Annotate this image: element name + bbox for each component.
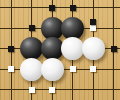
white-square-marker[interactable] xyxy=(8,66,14,72)
black-square-marker[interactable] xyxy=(70,5,76,11)
grid-line-horizontal-1 xyxy=(0,7,120,8)
white-square-marker[interactable] xyxy=(49,87,55,93)
white-square-marker[interactable] xyxy=(90,66,96,72)
white-stone[interactable] xyxy=(61,37,84,60)
black-square-marker[interactable] xyxy=(49,5,55,11)
black-square-marker[interactable] xyxy=(90,19,96,25)
white-stone[interactable] xyxy=(20,58,43,81)
black-square-marker[interactable] xyxy=(8,46,14,52)
black-stone[interactable] xyxy=(20,37,43,60)
white-square-marker[interactable] xyxy=(70,66,76,72)
black-square-marker[interactable] xyxy=(29,25,35,31)
black-square-marker[interactable] xyxy=(111,46,117,52)
white-stone[interactable] xyxy=(82,37,105,60)
white-square-marker[interactable] xyxy=(90,25,96,31)
white-stone[interactable] xyxy=(41,58,64,81)
white-square-marker[interactable] xyxy=(29,87,35,93)
grid-line-horizontal-5 xyxy=(0,89,120,90)
go-board[interactable] xyxy=(0,0,120,100)
